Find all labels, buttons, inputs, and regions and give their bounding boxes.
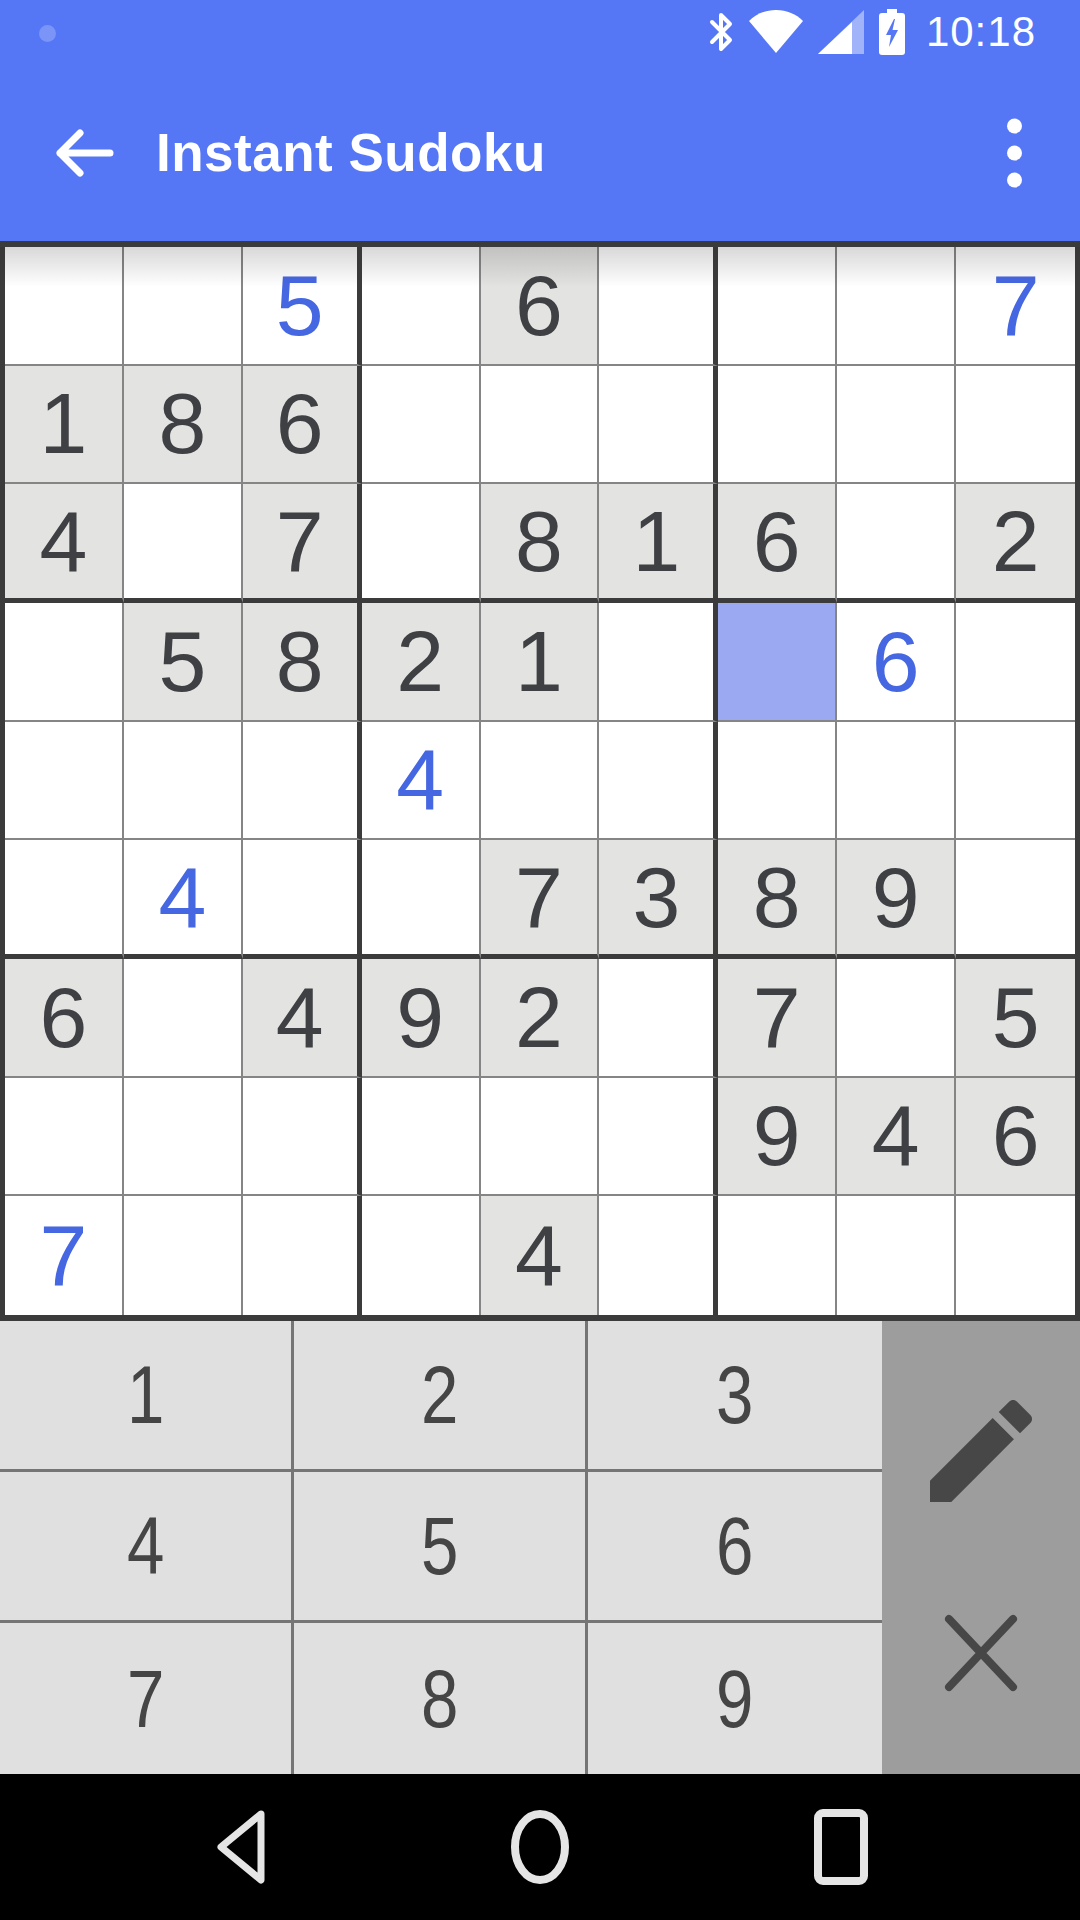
- nav-recents-icon[interactable]: [813, 1807, 869, 1887]
- page-title: Instant Sudoku: [156, 122, 546, 183]
- sudoku-cell-r4c3[interactable]: 8: [243, 603, 362, 722]
- sudoku-cell-r8c1[interactable]: [5, 1078, 124, 1197]
- sudoku-cell-r2c8[interactable]: [837, 366, 956, 485]
- sudoku-cell-r3c8[interactable]: [837, 484, 956, 603]
- sudoku-cell-r5c1[interactable]: [5, 722, 124, 841]
- sudoku-cell-r2c4[interactable]: [362, 366, 481, 485]
- numpad-key-1[interactable]: 1: [0, 1321, 294, 1472]
- sudoku-cell-r7c4[interactable]: 9: [362, 959, 481, 1078]
- sudoku-cell-r7c2[interactable]: [124, 959, 243, 1078]
- sudoku-cell-r2c2[interactable]: 8: [124, 366, 243, 485]
- sudoku-cell-r2c1[interactable]: 1: [5, 366, 124, 485]
- sudoku-cell-r2c3[interactable]: 6: [243, 366, 362, 485]
- numpad-key-9[interactable]: 9: [588, 1623, 882, 1774]
- sudoku-cell-r4c4[interactable]: 2: [362, 603, 481, 722]
- sudoku-cell-r1c3[interactable]: 5: [243, 247, 362, 366]
- sudoku-cell-r9c6[interactable]: [599, 1196, 718, 1315]
- sudoku-cell-r3c2[interactable]: [124, 484, 243, 603]
- sudoku-cell-r4c2[interactable]: 5: [124, 603, 243, 722]
- sudoku-cell-r7c5[interactable]: 2: [481, 959, 600, 1078]
- sudoku-cell-r6c7[interactable]: 8: [718, 840, 837, 959]
- sudoku-cell-r5c7[interactable]: [718, 722, 837, 841]
- sudoku-cell-r4c5[interactable]: 1: [481, 603, 600, 722]
- sudoku-cell-r1c6[interactable]: [599, 247, 718, 366]
- sudoku-cell-r4c8[interactable]: 6: [837, 603, 956, 722]
- numpad-key-6[interactable]: 6: [588, 1472, 882, 1623]
- sudoku-cell-r8c3[interactable]: [243, 1078, 362, 1197]
- sudoku-cell-r1c8[interactable]: [837, 247, 956, 366]
- sudoku-cell-r4c9[interactable]: [956, 603, 1075, 722]
- sudoku-cell-r6c2[interactable]: 4: [124, 840, 243, 959]
- sudoku-cell-r8c6[interactable]: [599, 1078, 718, 1197]
- sudoku-cell-r5c5[interactable]: [481, 722, 600, 841]
- sudoku-cell-r8c5[interactable]: [481, 1078, 600, 1197]
- cell-signal-icon: [818, 10, 864, 54]
- sudoku-cell-r2c7[interactable]: [718, 366, 837, 485]
- sudoku-cell-r7c1[interactable]: 6: [5, 959, 124, 1078]
- key-label: 1: [127, 1348, 164, 1442]
- sudoku-cell-r9c3[interactable]: [243, 1196, 362, 1315]
- phone-screen: 10:18 Instant Sudoku 5671864781625821644…: [0, 0, 1080, 1920]
- numpad-key-8[interactable]: 8: [294, 1623, 588, 1774]
- sudoku-cell-r9c9[interactable]: [956, 1196, 1075, 1315]
- sudoku-cell-r1c5[interactable]: 6: [481, 247, 600, 366]
- sudoku-cell-r6c1[interactable]: [5, 840, 124, 959]
- sudoku-cell-r1c2[interactable]: [124, 247, 243, 366]
- overflow-dot: [1007, 172, 1022, 187]
- sudoku-cell-r3c3[interactable]: 7: [243, 484, 362, 603]
- sudoku-cell-r7c9[interactable]: 5: [956, 959, 1075, 1078]
- pencil-icon[interactable]: [913, 1383, 1049, 1519]
- sudoku-cell-r7c8[interactable]: [837, 959, 956, 1078]
- status-time: 10:18: [926, 8, 1036, 56]
- numpad-key-7[interactable]: 7: [0, 1623, 294, 1774]
- back-button[interactable]: [50, 123, 116, 183]
- clear-icon[interactable]: [933, 1605, 1029, 1701]
- sudoku-cell-r8c7[interactable]: 9: [718, 1078, 837, 1197]
- sudoku-cell-r8c9[interactable]: 6: [956, 1078, 1075, 1197]
- sudoku-cell-r9c7[interactable]: [718, 1196, 837, 1315]
- sudoku-cell-r8c2[interactable]: [124, 1078, 243, 1197]
- key-label: 2: [421, 1348, 458, 1442]
- key-label: 6: [716, 1499, 753, 1593]
- sudoku-cell-r4c1[interactable]: [5, 603, 124, 722]
- key-label: 5: [421, 1499, 458, 1593]
- number-pad: 1 2 3 4 5 6 7 8 9: [0, 1321, 1080, 1774]
- sudoku-cell-r6c9[interactable]: [956, 840, 1075, 959]
- key-label: 9: [716, 1652, 753, 1746]
- notification-dot: [39, 25, 56, 42]
- nav-home-icon[interactable]: [508, 1806, 572, 1888]
- sudoku-cell-r2c9[interactable]: [956, 366, 1075, 485]
- numpad-tools-column: [882, 1321, 1080, 1774]
- key-label: 7: [127, 1652, 164, 1746]
- sudoku-cell-r7c3[interactable]: 4: [243, 959, 362, 1078]
- sudoku-cell-r6c3[interactable]: [243, 840, 362, 959]
- sudoku-grid: 5671864781625821644738964927594674: [0, 241, 1080, 1321]
- key-label: 3: [716, 1348, 753, 1442]
- sudoku-cell-r3c7[interactable]: 6: [718, 484, 837, 603]
- battery-charging-icon: [878, 9, 906, 55]
- wifi-icon: [748, 10, 804, 54]
- sudoku-cell-r7c7[interactable]: 7: [718, 959, 837, 1078]
- sudoku-cell-r3c6[interactable]: 1: [599, 484, 718, 603]
- sudoku-cell-r6c5[interactable]: 7: [481, 840, 600, 959]
- numpad-key-2[interactable]: 2: [294, 1321, 588, 1472]
- sudoku-cell-r9c4[interactable]: [362, 1196, 481, 1315]
- sudoku-cell-r7c6[interactable]: [599, 959, 718, 1078]
- sudoku-cell-r5c2[interactable]: [124, 722, 243, 841]
- sudoku-cell-r6c6[interactable]: 3: [599, 840, 718, 959]
- sudoku-cell-r4c6[interactable]: [599, 603, 718, 722]
- overflow-dot: [1007, 145, 1022, 160]
- sudoku-cell-r9c5[interactable]: 4: [481, 1196, 600, 1315]
- sudoku-cell-r5c9[interactable]: [956, 722, 1075, 841]
- sudoku-cell-r9c1[interactable]: 7: [5, 1196, 124, 1315]
- sudoku-cell-r3c9[interactable]: 2: [956, 484, 1075, 603]
- sudoku-cell-r8c4[interactable]: [362, 1078, 481, 1197]
- numpad-key-5[interactable]: 5: [294, 1472, 588, 1623]
- sudoku-cell-r9c2[interactable]: [124, 1196, 243, 1315]
- overflow-dot: [1007, 118, 1022, 133]
- nav-back-icon[interactable]: [211, 1806, 269, 1888]
- numpad-key-4[interactable]: 4: [0, 1472, 294, 1623]
- sudoku-cell-r9c8[interactable]: [837, 1196, 956, 1315]
- sudoku-cell-r5c3[interactable]: [243, 722, 362, 841]
- sudoku-cell-r3c1[interactable]: 4: [5, 484, 124, 603]
- overflow-menu-button[interactable]: [1001, 112, 1028, 193]
- android-nav-bar: [0, 1774, 1080, 1920]
- sudoku-cell-r4c7[interactable]: [718, 603, 837, 722]
- sudoku-cell-r8c8[interactable]: 4: [837, 1078, 956, 1197]
- app-bar: Instant Sudoku: [0, 64, 1080, 241]
- numpad-key-3[interactable]: 3: [588, 1321, 882, 1472]
- sudoku-cell-r2c5[interactable]: [481, 366, 600, 485]
- sudoku-cell-r3c5[interactable]: 8: [481, 484, 600, 603]
- bluetooth-icon: [708, 9, 734, 55]
- sudoku-cell-r5c6[interactable]: [599, 722, 718, 841]
- sudoku-cell-r6c8[interactable]: 9: [837, 840, 956, 959]
- sudoku-cell-r2c6[interactable]: [599, 366, 718, 485]
- status-bar: 10:18: [0, 0, 1080, 64]
- sudoku-cell-r5c4[interactable]: 4: [362, 722, 481, 841]
- sudoku-cell-r1c1[interactable]: [5, 247, 124, 366]
- sudoku-cell-r1c7[interactable]: [718, 247, 837, 366]
- sudoku-board: 5671864781625821644738964927594674: [0, 241, 1080, 1321]
- sudoku-cell-r1c4[interactable]: [362, 247, 481, 366]
- key-label: 4: [127, 1499, 164, 1593]
- arrow-back-icon: [52, 127, 114, 179]
- sudoku-cell-r5c8[interactable]: [837, 722, 956, 841]
- sudoku-cell-r3c4[interactable]: [362, 484, 481, 603]
- sudoku-cell-r1c9[interactable]: 7: [956, 247, 1075, 366]
- sudoku-cell-r6c4[interactable]: [362, 840, 481, 959]
- key-label: 8: [421, 1652, 458, 1746]
